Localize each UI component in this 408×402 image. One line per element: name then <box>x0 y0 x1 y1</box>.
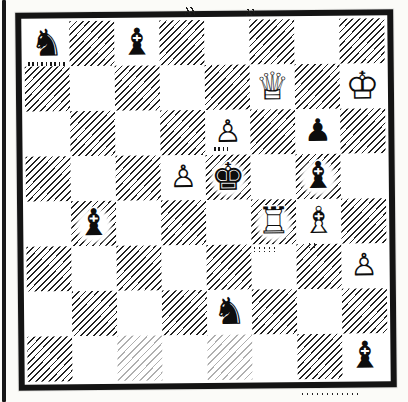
square-c8[interactable]: ♝ <box>114 20 159 65</box>
square-d5[interactable]: ♙ <box>161 155 206 200</box>
white-rook-f4: ♖ <box>257 202 291 239</box>
white-pawn-d5: ♙ <box>169 161 197 192</box>
square-a7[interactable] <box>25 66 70 111</box>
square-g8[interactable] <box>294 19 339 64</box>
black-bishop-c8: ♝ <box>120 23 154 60</box>
square-f1[interactable] <box>252 334 297 379</box>
square-g5[interactable]: ♝ <box>296 154 341 199</box>
square-b6[interactable] <box>70 111 115 156</box>
square-f5[interactable] <box>251 154 296 199</box>
square-e1[interactable] <box>207 335 252 380</box>
black-knight-e2: ♞ <box>213 293 247 330</box>
square-h3[interactable]: ♙ <box>341 243 386 288</box>
square-c2[interactable] <box>117 290 162 335</box>
page-edge-line <box>2 0 6 402</box>
black-pawn-g6: ♟ <box>304 115 332 146</box>
square-c6[interactable] <box>115 110 160 155</box>
black-knight-a8: ♞ <box>30 24 64 61</box>
square-h7[interactable]: ♔ <box>340 63 385 108</box>
white-bishop-g4: ♗ <box>302 202 336 239</box>
square-g2[interactable] <box>297 289 342 334</box>
square-h8[interactable] <box>339 18 384 63</box>
chess-board: ♞♝♕♔♙♟♙♚♝♝♖♗♙♞♝ <box>24 18 387 381</box>
square-f6[interactable] <box>250 109 295 154</box>
square-g3[interactable] <box>296 244 341 289</box>
square-b4[interactable]: ♝ <box>71 201 116 246</box>
square-b7[interactable] <box>70 66 115 111</box>
square-c5[interactable] <box>116 155 161 200</box>
black-bishop-g5: ♝ <box>301 157 335 194</box>
square-e4[interactable] <box>206 200 251 245</box>
square-c7[interactable] <box>115 65 160 110</box>
square-b2[interactable] <box>72 291 117 336</box>
square-g4[interactable]: ♗ <box>296 199 341 244</box>
square-d6[interactable] <box>160 110 205 155</box>
square-h6[interactable] <box>340 108 385 153</box>
white-queen-f7: ♕ <box>255 67 289 105</box>
black-bishop-h1: ♝ <box>348 336 382 373</box>
board-border: ♞♝♕♔♙♟♙♚♝♝♖♗♙♞♝ <box>15 9 397 391</box>
ink-speck-below-border <box>300 392 362 396</box>
square-f3[interactable] <box>251 244 296 289</box>
black-king-e5: ♚ <box>211 157 245 195</box>
square-e2[interactable]: ♞ <box>207 290 252 335</box>
square-a6[interactable] <box>25 111 70 156</box>
square-f8[interactable] <box>249 19 294 64</box>
square-e7[interactable] <box>205 65 250 110</box>
square-d4[interactable] <box>161 200 206 245</box>
square-c3[interactable] <box>116 245 161 290</box>
square-g6[interactable]: ♟ <box>295 109 340 154</box>
square-e6[interactable]: ♙ <box>205 110 250 155</box>
square-h2[interactable] <box>342 288 387 333</box>
square-g7[interactable] <box>295 64 340 109</box>
white-pawn-e6: ♙ <box>214 116 242 147</box>
square-a5[interactable] <box>26 156 71 201</box>
white-pawn-h3: ♙ <box>350 249 378 280</box>
square-h4[interactable] <box>341 198 386 243</box>
square-e5[interactable]: ♚ <box>206 155 251 200</box>
square-f7[interactable]: ♕ <box>250 64 295 109</box>
square-b1[interactable] <box>72 336 117 381</box>
square-d2[interactable] <box>162 290 207 335</box>
square-e8[interactable] <box>204 20 249 65</box>
square-h1[interactable]: ♝ <box>342 333 387 378</box>
square-a3[interactable] <box>26 246 71 291</box>
square-g1[interactable] <box>297 334 342 379</box>
white-king-h7: ♔ <box>345 66 379 104</box>
square-b8[interactable] <box>69 21 114 66</box>
square-h5[interactable] <box>341 153 386 198</box>
square-d7[interactable] <box>160 65 205 110</box>
square-a8[interactable]: ♞ <box>24 21 69 66</box>
scanned-diagram: ♞♝♕♔♙♟♙♚♝♝♖♗♙♞♝ <box>0 0 408 402</box>
square-a4[interactable] <box>26 201 71 246</box>
square-d8[interactable] <box>159 20 204 65</box>
square-c4[interactable] <box>116 200 161 245</box>
square-a2[interactable] <box>27 291 72 336</box>
square-f2[interactable] <box>252 289 297 334</box>
square-d1[interactable] <box>162 335 207 380</box>
square-b5[interactable] <box>71 156 116 201</box>
square-e3[interactable] <box>206 245 251 290</box>
square-a1[interactable] <box>27 336 72 381</box>
black-bishop-b4: ♝ <box>77 204 111 241</box>
square-f4[interactable]: ♖ <box>251 199 296 244</box>
square-b3[interactable] <box>71 246 116 291</box>
square-c1[interactable] <box>117 335 162 380</box>
square-d3[interactable] <box>161 245 206 290</box>
